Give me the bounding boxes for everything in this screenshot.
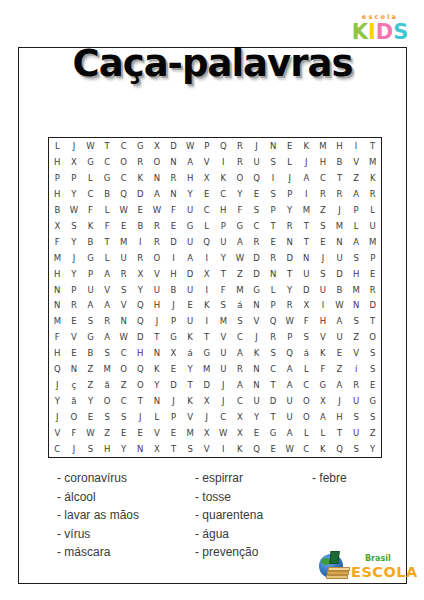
grid-cell-r6c4[interactable]: F: [99, 218, 116, 234]
grid-cell-r17c18[interactable]: J: [331, 393, 348, 409]
grid-cell-r10c5[interactable]: S: [115, 282, 132, 298]
grid-cell-r6c10[interactable]: L: [198, 218, 215, 234]
grid-cell-r18c9[interactable]: V: [182, 409, 199, 425]
grid-cell-r1c7[interactable]: X: [149, 138, 166, 154]
grid-cell-r20c3[interactable]: S: [82, 441, 99, 457]
grid-cell-r12c16[interactable]: F: [298, 313, 315, 329]
grid-cell-r15c13[interactable]: N: [248, 361, 265, 377]
grid-cell-r16c11[interactable]: J: [215, 377, 232, 393]
grid-cell-r7c7[interactable]: R: [149, 234, 166, 250]
grid-cell-r13c17[interactable]: V: [315, 329, 332, 345]
grid-cell-r5c20[interactable]: L: [364, 202, 381, 218]
grid-cell-r11c16[interactable]: X: [298, 297, 315, 313]
grid-cell-r7c17[interactable]: E: [315, 234, 332, 250]
grid-cell-r13c4[interactable]: A: [99, 329, 116, 345]
grid-cell-r3c20[interactable]: K: [364, 170, 381, 186]
grid-cell-r16c5[interactable]: Z: [115, 377, 132, 393]
grid-cell-r12c6[interactable]: Q: [132, 313, 149, 329]
grid-cell-r13c19[interactable]: Z: [348, 329, 365, 345]
grid-cell-r12c13[interactable]: V: [248, 313, 265, 329]
grid-cell-r9c5[interactable]: R: [115, 266, 132, 282]
grid-cell-r1c13[interactable]: J: [248, 138, 265, 154]
grid-cell-r20c12[interactable]: K: [232, 441, 249, 457]
grid-cell-r6c18[interactable]: M: [331, 218, 348, 234]
grid-cell-r16c20[interactable]: E: [364, 377, 381, 393]
grid-cell-r16c19[interactable]: R: [348, 377, 365, 393]
grid-cell-r14c3[interactable]: B: [82, 345, 99, 361]
grid-cell-r5c1[interactable]: B: [49, 202, 66, 218]
grid-cell-r6c1[interactable]: X: [49, 218, 66, 234]
grid-cell-r10c15[interactable]: Y: [281, 282, 298, 298]
grid-cell-r1c9[interactable]: W: [182, 138, 199, 154]
grid-cell-r16c2[interactable]: ç: [66, 377, 83, 393]
grid-cell-r14c10[interactable]: G: [198, 345, 215, 361]
grid-cell-r8c7[interactable]: O: [149, 250, 166, 266]
grid-cell-r19c12[interactable]: X: [232, 425, 249, 441]
grid-cell-r14c1[interactable]: H: [49, 345, 66, 361]
grid-cell-r5c15[interactable]: Y: [281, 202, 298, 218]
grid-cell-r16c18[interactable]: A: [331, 377, 348, 393]
grid-cell-r6c13[interactable]: C: [248, 218, 265, 234]
grid-cell-r14c19[interactable]: V: [348, 345, 365, 361]
grid-cell-r7c5[interactable]: M: [115, 234, 132, 250]
grid-cell-r9c10[interactable]: X: [198, 266, 215, 282]
grid-cell-r5c13[interactable]: S: [248, 202, 265, 218]
grid-cell-r11c13[interactable]: N: [248, 297, 265, 313]
grid-cell-r19c1[interactable]: V: [49, 425, 66, 441]
grid-cell-r20c16[interactable]: C: [298, 441, 315, 457]
grid-cell-r10c11[interactable]: F: [215, 282, 232, 298]
grid-cell-r2c12[interactable]: R: [232, 154, 249, 170]
grid-cell-r1c12[interactable]: R: [232, 138, 249, 154]
grid-cell-r13c16[interactable]: S: [298, 329, 315, 345]
grid-cell-r9c12[interactable]: Z: [232, 266, 249, 282]
grid-cell-r2c8[interactable]: N: [165, 154, 182, 170]
grid-cell-r13c8[interactable]: G: [165, 329, 182, 345]
grid-cell-r8c4[interactable]: L: [99, 250, 116, 266]
grid-cell-r10c3[interactable]: U: [82, 282, 99, 298]
grid-cell-r11c1[interactable]: N: [49, 297, 66, 313]
grid-cell-r17c5[interactable]: C: [115, 393, 132, 409]
grid-cell-r13c18[interactable]: U: [331, 329, 348, 345]
grid-cell-r5c16[interactable]: M: [298, 202, 315, 218]
grid-cell-r15c8[interactable]: E: [165, 361, 182, 377]
grid-cell-r15c15[interactable]: A: [281, 361, 298, 377]
grid-cell-r11c6[interactable]: Q: [132, 297, 149, 313]
grid-cell-r1c6[interactable]: G: [132, 138, 149, 154]
grid-cell-r14c4[interactable]: S: [99, 345, 116, 361]
grid-cell-r4c19[interactable]: A: [348, 186, 365, 202]
grid-cell-r19c2[interactable]: F: [66, 425, 83, 441]
grid-cell-r7c20[interactable]: M: [364, 234, 381, 250]
grid-cell-r5c18[interactable]: J: [331, 202, 348, 218]
grid-cell-r4c5[interactable]: Q: [115, 186, 132, 202]
grid-cell-r14c15[interactable]: Q: [281, 345, 298, 361]
grid-cell-r6c6[interactable]: B: [132, 218, 149, 234]
grid-cell-r3c11[interactable]: K: [215, 170, 232, 186]
grid-cell-r12c12[interactable]: S: [232, 313, 249, 329]
grid-cell-r2c10[interactable]: V: [198, 154, 215, 170]
grid-cell-r4c11[interactable]: C: [215, 186, 232, 202]
grid-cell-r4c4[interactable]: B: [99, 186, 116, 202]
grid-cell-r6c20[interactable]: U: [364, 218, 381, 234]
grid-cell-r17c10[interactable]: X: [198, 393, 215, 409]
grid-cell-r5c2[interactable]: W: [66, 202, 83, 218]
grid-cell-r18c16[interactable]: O: [298, 409, 315, 425]
grid-cell-r16c6[interactable]: O: [132, 377, 149, 393]
grid-cell-r20c8[interactable]: T: [165, 441, 182, 457]
grid-cell-r4c2[interactable]: Y: [66, 186, 83, 202]
grid-cell-r13c20[interactable]: O: [364, 329, 381, 345]
grid-cell-r14c8[interactable]: X: [165, 345, 182, 361]
grid-cell-r20c2[interactable]: J: [66, 441, 83, 457]
grid-cell-r11c5[interactable]: V: [115, 297, 132, 313]
grid-cell-r3c16[interactable]: A: [298, 170, 315, 186]
grid-cell-r15c5[interactable]: O: [115, 361, 132, 377]
grid-cell-r3c12[interactable]: O: [232, 170, 249, 186]
grid-cell-r16c13[interactable]: N: [248, 377, 265, 393]
grid-cell-r11c10[interactable]: K: [198, 297, 215, 313]
grid-cell-r10c12[interactable]: M: [232, 282, 249, 298]
grid-cell-r7c2[interactable]: Y: [66, 234, 83, 250]
grid-cell-r10c20[interactable]: R: [364, 282, 381, 298]
grid-cell-r4c14[interactable]: S: [265, 186, 282, 202]
grid-cell-r14c6[interactable]: H: [132, 345, 149, 361]
grid-cell-r19c5[interactable]: E: [115, 425, 132, 441]
grid-cell-r8c5[interactable]: U: [115, 250, 132, 266]
grid-cell-r1c1[interactable]: L: [49, 138, 66, 154]
grid-cell-r14c11[interactable]: U: [215, 345, 232, 361]
grid-cell-r7c15[interactable]: N: [281, 234, 298, 250]
grid-cell-r2c5[interactable]: O: [115, 154, 132, 170]
grid-cell-r15c20[interactable]: S: [364, 361, 381, 377]
grid-cell-r14c5[interactable]: C: [115, 345, 132, 361]
grid-cell-r4c13[interactable]: E: [248, 186, 265, 202]
grid-cell-r12c17[interactable]: H: [315, 313, 332, 329]
grid-cell-r19c3[interactable]: W: [82, 425, 99, 441]
grid-cell-r2c20[interactable]: M: [364, 154, 381, 170]
grid-cell-r16c7[interactable]: Y: [149, 377, 166, 393]
grid-cell-r10c8[interactable]: B: [165, 282, 182, 298]
grid-cell-r4c9[interactable]: Y: [182, 186, 199, 202]
grid-cell-r13c11[interactable]: V: [215, 329, 232, 345]
grid-cell-r15c2[interactable]: N: [66, 361, 83, 377]
grid-cell-r5c5[interactable]: W: [115, 202, 132, 218]
grid-cell-r18c8[interactable]: P: [165, 409, 182, 425]
grid-cell-r7c19[interactable]: A: [348, 234, 365, 250]
grid-cell-r19c8[interactable]: E: [165, 425, 182, 441]
grid-cell-r11c17[interactable]: I: [315, 297, 332, 313]
grid-cell-r4c15[interactable]: P: [281, 186, 298, 202]
grid-cell-r8c6[interactable]: R: [132, 250, 149, 266]
grid-cell-r15c14[interactable]: C: [265, 361, 282, 377]
grid-cell-r19c18[interactable]: T: [331, 425, 348, 441]
grid-cell-r19c15[interactable]: A: [281, 425, 298, 441]
grid-cell-r17c3[interactable]: Y: [82, 393, 99, 409]
grid-cell-r18c1[interactable]: J: [49, 409, 66, 425]
grid-cell-r16c9[interactable]: T: [182, 377, 199, 393]
grid-cell-r11c7[interactable]: H: [149, 297, 166, 313]
grid-cell-r4c18[interactable]: R: [331, 186, 348, 202]
grid-cell-r16c12[interactable]: A: [232, 377, 249, 393]
grid-cell-r10c4[interactable]: V: [99, 282, 116, 298]
grid-cell-r6c8[interactable]: E: [165, 218, 182, 234]
grid-cell-r8c2[interactable]: J: [66, 250, 83, 266]
grid-cell-r8c8[interactable]: I: [165, 250, 182, 266]
grid-cell-r14c2[interactable]: E: [66, 345, 83, 361]
grid-cell-r12c5[interactable]: N: [115, 313, 132, 329]
grid-cell-r13c7[interactable]: T: [149, 329, 166, 345]
grid-cell-r13c3[interactable]: G: [82, 329, 99, 345]
grid-cell-r5c8[interactable]: F: [165, 202, 182, 218]
grid-cell-r7c10[interactable]: Q: [198, 234, 215, 250]
grid-cell-r15c4[interactable]: M: [99, 361, 116, 377]
grid-cell-r14c13[interactable]: K: [248, 345, 265, 361]
grid-cell-r17c15[interactable]: U: [281, 393, 298, 409]
grid-cell-r4c12[interactable]: Y: [232, 186, 249, 202]
grid-cell-r13c10[interactable]: T: [198, 329, 215, 345]
grid-cell-r1c8[interactable]: D: [165, 138, 182, 154]
grid-cell-r15c18[interactable]: Z: [331, 361, 348, 377]
grid-cell-r3c1[interactable]: P: [49, 170, 66, 186]
grid-cell-r12c18[interactable]: A: [331, 313, 348, 329]
grid-cell-r11c12[interactable]: á: [232, 297, 249, 313]
grid-cell-r3c17[interactable]: C: [315, 170, 332, 186]
grid-cell-r2c18[interactable]: B: [331, 154, 348, 170]
grid-cell-r16c1[interactable]: J: [49, 377, 66, 393]
grid-cell-r20c4[interactable]: H: [99, 441, 116, 457]
grid-cell-r10c18[interactable]: B: [331, 282, 348, 298]
grid-cell-r3c18[interactable]: T: [331, 170, 348, 186]
grid-cell-r19c19[interactable]: U: [348, 425, 365, 441]
grid-cell-r2c16[interactable]: J: [298, 154, 315, 170]
grid-cell-r17c19[interactable]: U: [348, 393, 365, 409]
grid-cell-r11c11[interactable]: S: [215, 297, 232, 313]
grid-cell-r1c3[interactable]: W: [82, 138, 99, 154]
grid-cell-r11c20[interactable]: D: [364, 297, 381, 313]
grid-cell-r6c14[interactable]: T: [265, 218, 282, 234]
grid-cell-r8c11[interactable]: Y: [215, 250, 232, 266]
grid-cell-r7c3[interactable]: B: [82, 234, 99, 250]
grid-cell-r11c15[interactable]: R: [281, 297, 298, 313]
grid-cell-r3c14[interactable]: I: [265, 170, 282, 186]
grid-cell-r8c12[interactable]: W: [232, 250, 249, 266]
grid-cell-r5c6[interactable]: E: [132, 202, 149, 218]
grid-cell-r17c17[interactable]: X: [315, 393, 332, 409]
grid-cell-r6c17[interactable]: S: [315, 218, 332, 234]
grid-cell-r2c7[interactable]: O: [149, 154, 166, 170]
grid-cell-r20c1[interactable]: C: [49, 441, 66, 457]
grid-cell-r10c7[interactable]: U: [149, 282, 166, 298]
grid-cell-r13c6[interactable]: D: [132, 329, 149, 345]
grid-cell-r11c8[interactable]: J: [165, 297, 182, 313]
grid-cell-r8c13[interactable]: D: [248, 250, 265, 266]
grid-cell-r18c18[interactable]: H: [331, 409, 348, 425]
grid-cell-r10c16[interactable]: D: [298, 282, 315, 298]
grid-cell-r4c10[interactable]: E: [198, 186, 215, 202]
grid-cell-r6c19[interactable]: L: [348, 218, 365, 234]
grid-cell-r18c6[interactable]: J: [132, 409, 149, 425]
grid-cell-r3c15[interactable]: J: [281, 170, 298, 186]
grid-cell-r15c17[interactable]: F: [315, 361, 332, 377]
grid-cell-r9c3[interactable]: P: [82, 266, 99, 282]
grid-cell-r1c18[interactable]: H: [331, 138, 348, 154]
grid-cell-r7c12[interactable]: A: [232, 234, 249, 250]
grid-cell-r8c3[interactable]: G: [82, 250, 99, 266]
grid-cell-r1c11[interactable]: Q: [215, 138, 232, 154]
grid-cell-r8c17[interactable]: J: [315, 250, 332, 266]
grid-cell-r1c4[interactable]: T: [99, 138, 116, 154]
grid-cell-r7c9[interactable]: U: [182, 234, 199, 250]
grid-cell-r12c2[interactable]: E: [66, 313, 83, 329]
grid-cell-r3c2[interactable]: P: [66, 170, 83, 186]
grid-cell-r6c9[interactable]: G: [182, 218, 199, 234]
grid-cell-r14c12[interactable]: A: [232, 345, 249, 361]
grid-cell-r5c3[interactable]: F: [82, 202, 99, 218]
grid-cell-r16c17[interactable]: G: [315, 377, 332, 393]
grid-cell-r2c15[interactable]: L: [281, 154, 298, 170]
grid-cell-r16c10[interactable]: D: [198, 377, 215, 393]
grid-cell-r9c8[interactable]: H: [165, 266, 182, 282]
grid-cell-r9c9[interactable]: D: [182, 266, 199, 282]
grid-cell-r15c19[interactable]: í: [348, 361, 365, 377]
grid-cell-r20c18[interactable]: Q: [331, 441, 348, 457]
grid-cell-r12c14[interactable]: Q: [265, 313, 282, 329]
grid-cell-r16c8[interactable]: D: [165, 377, 182, 393]
grid-cell-r16c16[interactable]: C: [298, 377, 315, 393]
grid-cell-r19c14[interactable]: G: [265, 425, 282, 441]
grid-cell-r2c11[interactable]: I: [215, 154, 232, 170]
grid-cell-r15c6[interactable]: Q: [132, 361, 149, 377]
grid-cell-r6c12[interactable]: G: [232, 218, 249, 234]
grid-cell-r13c13[interactable]: J: [248, 329, 265, 345]
grid-cell-r9c18[interactable]: D: [331, 266, 348, 282]
grid-cell-r3c10[interactable]: X: [198, 170, 215, 186]
grid-cell-r1c5[interactable]: C: [115, 138, 132, 154]
grid-cell-r15c10[interactable]: M: [198, 361, 215, 377]
grid-cell-r1c20[interactable]: T: [364, 138, 381, 154]
grid-cell-r3c6[interactable]: K: [132, 170, 149, 186]
grid-cell-r13c2[interactable]: V: [66, 329, 83, 345]
grid-cell-r18c2[interactable]: O: [66, 409, 83, 425]
grid-cell-r19c4[interactable]: Z: [99, 425, 116, 441]
grid-cell-r6c16[interactable]: T: [298, 218, 315, 234]
grid-cell-r9c11[interactable]: T: [215, 266, 232, 282]
grid-cell-r2c14[interactable]: S: [265, 154, 282, 170]
grid-cell-r7c6[interactable]: I: [132, 234, 149, 250]
grid-cell-r14c7[interactable]: N: [149, 345, 166, 361]
grid-cell-r10c17[interactable]: U: [315, 282, 332, 298]
grid-cell-r9c15[interactable]: T: [281, 266, 298, 282]
grid-cell-r10c10[interactable]: I: [198, 282, 215, 298]
grid-cell-r4c1[interactable]: H: [49, 186, 66, 202]
grid-cell-r3c5[interactable]: C: [115, 170, 132, 186]
grid-cell-r1c17[interactable]: M: [315, 138, 332, 154]
grid-cell-r12c20[interactable]: T: [364, 313, 381, 329]
grid-cell-r13c14[interactable]: R: [265, 329, 282, 345]
grid-cell-r2c13[interactable]: U: [248, 154, 265, 170]
grid-cell-r1c14[interactable]: N: [265, 138, 282, 154]
grid-cell-r12c3[interactable]: S: [82, 313, 99, 329]
grid-cell-r20c9[interactable]: S: [182, 441, 199, 457]
grid-cell-r20c19[interactable]: S: [348, 441, 365, 457]
grid-cell-r19c20[interactable]: Z: [364, 425, 381, 441]
grid-cell-r5c12[interactable]: F: [232, 202, 249, 218]
grid-cell-r5c19[interactable]: P: [348, 202, 365, 218]
grid-cell-r20c7[interactable]: X: [149, 441, 166, 457]
grid-cell-r15c11[interactable]: U: [215, 361, 232, 377]
grid-cell-r20c20[interactable]: Y: [364, 441, 381, 457]
grid-cell-r5c11[interactable]: H: [215, 202, 232, 218]
grid-cell-r19c7[interactable]: V: [149, 425, 166, 441]
grid-cell-r4c3[interactable]: C: [82, 186, 99, 202]
grid-cell-r4c6[interactable]: D: [132, 186, 149, 202]
grid-cell-r10c9[interactable]: U: [182, 282, 199, 298]
grid-cell-r17c13[interactable]: U: [248, 393, 265, 409]
grid-cell-r17c8[interactable]: J: [165, 393, 182, 409]
grid-cell-r12c10[interactable]: I: [198, 313, 215, 329]
grid-cell-r9c2[interactable]: Y: [66, 266, 83, 282]
grid-cell-r9c20[interactable]: E: [364, 266, 381, 282]
grid-cell-r18c19[interactable]: S: [348, 409, 365, 425]
grid-cell-r19c11[interactable]: W: [215, 425, 232, 441]
grid-cell-r6c15[interactable]: R: [281, 218, 298, 234]
grid-cell-r15c9[interactable]: Y: [182, 361, 199, 377]
grid-cell-r14c16[interactable]: á: [298, 345, 315, 361]
grid-cell-r17c7[interactable]: N: [149, 393, 166, 409]
grid-cell-r17c6[interactable]: T: [132, 393, 149, 409]
grid-cell-r3c3[interactable]: L: [82, 170, 99, 186]
grid-cell-r8c15[interactable]: D: [281, 250, 298, 266]
grid-cell-r6c2[interactable]: S: [66, 218, 83, 234]
grid-cell-r11c18[interactable]: W: [331, 297, 348, 313]
grid-cell-r14c9[interactable]: á: [182, 345, 199, 361]
grid-cell-r15c7[interactable]: K: [149, 361, 166, 377]
grid-cell-r18c20[interactable]: S: [364, 409, 381, 425]
grid-cell-r11c9[interactable]: E: [182, 297, 199, 313]
grid-cell-r7c14[interactable]: E: [265, 234, 282, 250]
grid-cell-r9c7[interactable]: V: [149, 266, 166, 282]
grid-cell-r18c12[interactable]: X: [232, 409, 249, 425]
grid-cell-r18c11[interactable]: C: [215, 409, 232, 425]
grid-cell-r8c9[interactable]: A: [182, 250, 199, 266]
grid-cell-r3c8[interactable]: R: [165, 170, 182, 186]
grid-cell-r14c14[interactable]: S: [265, 345, 282, 361]
grid-cell-r20c13[interactable]: Q: [248, 441, 265, 457]
grid-cell-r8c1[interactable]: M: [49, 250, 66, 266]
grid-cell-r18c17[interactable]: A: [315, 409, 332, 425]
grid-cell-r9c13[interactable]: D: [248, 266, 265, 282]
grid-cell-r11c19[interactable]: N: [348, 297, 365, 313]
grid-cell-r18c15[interactable]: U: [281, 409, 298, 425]
grid-cell-r18c10[interactable]: J: [198, 409, 215, 425]
grid-cell-r20c15[interactable]: W: [281, 441, 298, 457]
grid-cell-r8c20[interactable]: P: [364, 250, 381, 266]
grid-cell-r7c1[interactable]: F: [49, 234, 66, 250]
grid-cell-r4c8[interactable]: N: [165, 186, 182, 202]
grid-cell-r9c19[interactable]: H: [348, 266, 365, 282]
grid-cell-r10c14[interactable]: L: [265, 282, 282, 298]
grid-cell-r20c17[interactable]: K: [315, 441, 332, 457]
grid-cell-r10c13[interactable]: G: [248, 282, 265, 298]
grid-cell-r19c6[interactable]: E: [132, 425, 149, 441]
grid-cell-r18c13[interactable]: Y: [248, 409, 265, 425]
grid-cell-r5c17[interactable]: Z: [315, 202, 332, 218]
grid-cell-r17c16[interactable]: O: [298, 393, 315, 409]
grid-cell-r2c19[interactable]: V: [348, 154, 365, 170]
grid-cell-r8c14[interactable]: R: [265, 250, 282, 266]
grid-cell-r3c13[interactable]: Q: [248, 170, 265, 186]
